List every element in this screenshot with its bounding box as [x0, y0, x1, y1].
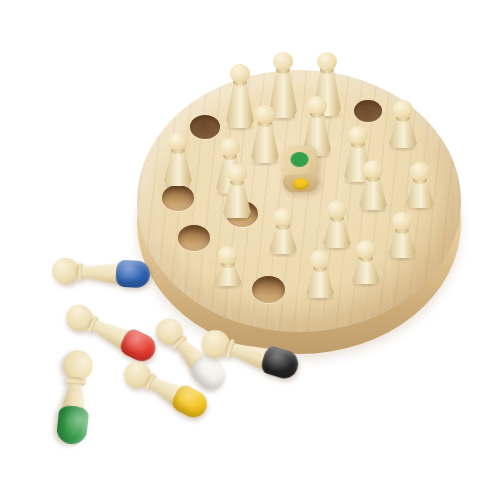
peg-head [363, 160, 383, 179]
peg-body [387, 232, 417, 258]
peg-body [405, 182, 435, 208]
peg-body [358, 180, 388, 210]
peg-body [163, 152, 193, 186]
peg-head [255, 105, 275, 124]
peg-body [222, 184, 252, 218]
loose-peg-color-tip-green [55, 405, 89, 446]
peg-head [348, 126, 368, 145]
loose-peg-green-tip[interactable] [53, 349, 96, 446]
standing-wooden-peg[interactable] [405, 162, 435, 208]
peg-hole-empty[interactable] [252, 276, 285, 303]
color-die[interactable] [281, 145, 319, 193]
peg-head [230, 64, 250, 83]
peg-head [307, 96, 327, 115]
peg-body [250, 125, 280, 163]
standing-wooden-peg[interactable] [387, 212, 417, 258]
standing-wooden-peg[interactable] [305, 250, 335, 298]
peg-body [351, 260, 381, 284]
loose-peg-body [81, 261, 119, 285]
peg-body [305, 270, 335, 298]
peg-head [356, 240, 376, 259]
peg-head [317, 52, 337, 71]
memory-chess-product-photo [0, 0, 500, 500]
peg-hole-empty[interactable] [178, 225, 210, 251]
peg-hole-empty-dark[interactable] [354, 100, 382, 122]
standing-wooden-peg[interactable] [163, 132, 193, 186]
standing-wooden-peg[interactable] [213, 246, 243, 286]
standing-wooden-peg[interactable] [351, 240, 381, 284]
standing-wooden-peg[interactable] [358, 160, 388, 210]
peg-body [213, 266, 243, 286]
peg-body [268, 228, 298, 254]
loose-peg-color-tip-blue [115, 260, 150, 289]
peg-head [227, 164, 247, 183]
standing-wooden-peg[interactable] [250, 105, 280, 163]
peg-head [410, 162, 430, 181]
loose-peg-blue-tip[interactable] [51, 255, 150, 290]
peg-head [218, 246, 238, 265]
standing-wooden-peg[interactable] [322, 200, 352, 248]
standing-wooden-peg[interactable] [268, 208, 298, 254]
peg-head [393, 100, 413, 119]
peg-head [168, 132, 188, 151]
peg-head [310, 250, 330, 269]
standing-wooden-peg[interactable] [222, 164, 252, 218]
standing-wooden-peg[interactable] [388, 100, 418, 148]
peg-head [273, 52, 293, 71]
peg-body [388, 120, 418, 148]
peg-body [322, 220, 352, 248]
peg-head [273, 208, 293, 227]
peg-hole-empty-dark[interactable] [190, 115, 220, 139]
peg-head [220, 138, 240, 157]
peg-head [327, 200, 347, 219]
peg-head [392, 212, 412, 231]
